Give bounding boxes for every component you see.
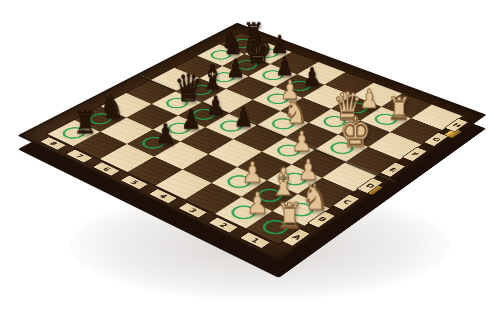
white-pawn-a2[interactable]: ♟ [246, 189, 268, 219]
white-knight-b1[interactable]: ♞ [301, 179, 329, 216]
black-pawn-f7[interactable]: ♟ [226, 56, 245, 81]
square-h1[interactable] [411, 105, 462, 130]
black-knight-b8[interactable]: ♞ [99, 91, 124, 124]
white-rook-g2[interactable]: ♜ [387, 93, 411, 124]
white-king-e2[interactable]: ♚ [339, 111, 371, 153]
white-pawn-d3[interactable]: ♟ [291, 128, 312, 156]
black-pawn-b6[interactable]: ♟ [155, 121, 176, 148]
white-rook-a1[interactable]: ♜ [276, 198, 303, 233]
black-queen-d7[interactable]: ♛ [174, 70, 203, 108]
black-rook-a8[interactable]: ♜ [73, 106, 97, 138]
product-photo-scene: ♜♞♞♜♛♝♟♚♟♟♟♟♟♟♟♟♞♟♟♛♟♟♝♟♚♜♜♞ 12345678ABC… [0, 0, 500, 324]
black-pawn-d6[interactable]: ♟ [206, 93, 226, 119]
white-pawn-b3[interactable]: ♟ [242, 159, 264, 188]
black-pawn-c6[interactable]: ♟ [181, 107, 201, 134]
black-pawn-d5[interactable]: ♟ [233, 104, 253, 131]
black-king-g7[interactable]: ♚ [244, 31, 273, 69]
black-pawn-g5[interactable]: ♟ [302, 65, 321, 91]
white-knight-e4[interactable]: ♞ [283, 95, 308, 128]
